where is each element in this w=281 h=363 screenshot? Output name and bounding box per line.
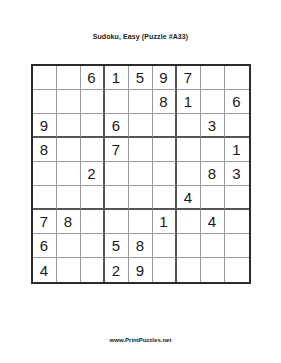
sudoku-cell-r9c8[interactable] <box>201 258 225 282</box>
sudoku-cell-r2c7[interactable]: 1 <box>177 90 201 114</box>
footer-site-url: www.PrintPuzzles.net <box>0 337 281 343</box>
sudoku-cell-r1c6[interactable]: 9 <box>153 66 177 90</box>
sudoku-cell-r1c8[interactable] <box>201 66 225 90</box>
sudoku-cell-r5c4[interactable] <box>105 162 129 186</box>
sudoku-cell-r3c5[interactable] <box>129 114 153 138</box>
sudoku-cell-r1c5[interactable]: 5 <box>129 66 153 90</box>
sudoku-cell-r8c2[interactable] <box>57 234 81 258</box>
sudoku-cell-r2c1[interactable] <box>33 90 57 114</box>
sudoku-cell-r5c2[interactable] <box>57 162 81 186</box>
sudoku-cell-r3c8[interactable]: 3 <box>201 114 225 138</box>
sudoku-cell-r6c9[interactable] <box>225 186 249 210</box>
sudoku-cell-r3c6[interactable] <box>153 114 177 138</box>
sudoku-cell-r6c6[interactable] <box>153 186 177 210</box>
sudoku-cell-r1c3[interactable]: 6 <box>81 66 105 90</box>
sudoku-cell-r7c4[interactable] <box>105 210 129 234</box>
sudoku-cell-r3c1[interactable]: 9 <box>33 114 57 138</box>
sudoku-cell-r7c3[interactable] <box>81 210 105 234</box>
sudoku-cell-r6c2[interactable] <box>57 186 81 210</box>
sudoku-cell-r3c7[interactable] <box>177 114 201 138</box>
sudoku-cell-r3c9[interactable] <box>225 114 249 138</box>
sudoku-cell-r1c9[interactable] <box>225 66 249 90</box>
sudoku-cell-r5c9[interactable]: 3 <box>225 162 249 186</box>
sudoku-cell-r9c4[interactable]: 2 <box>105 258 129 282</box>
sudoku-cell-r7c6[interactable]: 1 <box>153 210 177 234</box>
sudoku-cell-r1c2[interactable] <box>57 66 81 90</box>
sudoku-cell-r6c8[interactable] <box>201 186 225 210</box>
sudoku-cell-r6c7[interactable]: 4 <box>177 186 201 210</box>
sudoku-cell-r8c9[interactable] <box>225 234 249 258</box>
sudoku-cell-r1c1[interactable] <box>33 66 57 90</box>
sudoku-cell-r9c6[interactable] <box>153 258 177 282</box>
sudoku-cell-r2c8[interactable] <box>201 90 225 114</box>
sudoku-cell-r7c1[interactable]: 7 <box>33 210 57 234</box>
sudoku-cell-r2c5[interactable] <box>129 90 153 114</box>
sudoku-cell-r7c2[interactable]: 8 <box>57 210 81 234</box>
sudoku-cell-r3c2[interactable] <box>57 114 81 138</box>
sudoku-cell-r7c9[interactable] <box>225 210 249 234</box>
print-page: Sudoku, Easy (Puzzle #A33) 6159781696387… <box>0 0 281 363</box>
sudoku-cell-r7c8[interactable]: 4 <box>201 210 225 234</box>
sudoku-cell-r2c9[interactable]: 6 <box>225 90 249 114</box>
sudoku-cell-r8c4[interactable]: 5 <box>105 234 129 258</box>
sudoku-cell-r5c6[interactable] <box>153 162 177 186</box>
sudoku-cell-r7c7[interactable] <box>177 210 201 234</box>
sudoku-cell-r3c4[interactable]: 6 <box>105 114 129 138</box>
sudoku-cell-r5c8[interactable]: 8 <box>201 162 225 186</box>
sudoku-cell-r6c5[interactable] <box>129 186 153 210</box>
sudoku-cell-r4c8[interactable] <box>201 138 225 162</box>
sudoku-cell-r7c5[interactable] <box>129 210 153 234</box>
sudoku-cell-r5c1[interactable] <box>33 162 57 186</box>
sudoku-cell-r9c1[interactable]: 4 <box>33 258 57 282</box>
sudoku-cell-r4c9[interactable]: 1 <box>225 138 249 162</box>
sudoku-cell-r2c3[interactable] <box>81 90 105 114</box>
sudoku-cell-r5c7[interactable] <box>177 162 201 186</box>
sudoku-cell-r8c1[interactable]: 6 <box>33 234 57 258</box>
sudoku-cell-r8c8[interactable] <box>201 234 225 258</box>
sudoku-cell-r5c3[interactable]: 2 <box>81 162 105 186</box>
sudoku-cell-r4c5[interactable] <box>129 138 153 162</box>
sudoku-cell-r9c2[interactable] <box>57 258 81 282</box>
sudoku-cell-r6c1[interactable] <box>33 186 57 210</box>
sudoku-cell-r8c3[interactable] <box>81 234 105 258</box>
sudoku-cell-r2c6[interactable]: 8 <box>153 90 177 114</box>
sudoku-cell-r2c2[interactable] <box>57 90 81 114</box>
sudoku-grid: 6159781696387128347814658429 <box>31 64 251 284</box>
sudoku-cell-r6c4[interactable] <box>105 186 129 210</box>
sudoku-cell-r2c4[interactable] <box>105 90 129 114</box>
sudoku-cell-r6c3[interactable] <box>81 186 105 210</box>
sudoku-cell-r1c7[interactable]: 7 <box>177 66 201 90</box>
puzzle-title: Sudoku, Easy (Puzzle #A33) <box>0 33 281 40</box>
sudoku-cell-r5c5[interactable] <box>129 162 153 186</box>
sudoku-cell-r8c7[interactable] <box>177 234 201 258</box>
sudoku-cell-r9c7[interactable] <box>177 258 201 282</box>
sudoku-cell-r8c6[interactable] <box>153 234 177 258</box>
sudoku-cell-r9c5[interactable]: 9 <box>129 258 153 282</box>
sudoku-cell-r4c1[interactable]: 8 <box>33 138 57 162</box>
sudoku-cell-r9c9[interactable] <box>225 258 249 282</box>
sudoku-cell-r9c3[interactable] <box>81 258 105 282</box>
sudoku-cell-r4c4[interactable]: 7 <box>105 138 129 162</box>
sudoku-cell-r4c3[interactable] <box>81 138 105 162</box>
sudoku-cell-r3c3[interactable] <box>81 114 105 138</box>
sudoku-cell-r4c7[interactable] <box>177 138 201 162</box>
sudoku-cell-r8c5[interactable]: 8 <box>129 234 153 258</box>
sudoku-cell-r1c4[interactable]: 1 <box>105 66 129 90</box>
sudoku-cell-r4c2[interactable] <box>57 138 81 162</box>
sudoku-cell-r4c6[interactable] <box>153 138 177 162</box>
